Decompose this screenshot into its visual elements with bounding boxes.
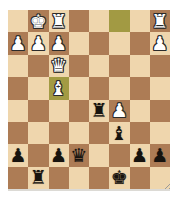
- square-g8[interactable]: ♜: [28, 167, 48, 189]
- square-c7[interactable]: [109, 144, 129, 166]
- square-d6[interactable]: [89, 122, 109, 144]
- black-pawn-a7[interactable]: ♟: [151, 145, 168, 164]
- square-c2[interactable]: [109, 32, 129, 54]
- square-c8[interactable]: ♚: [109, 167, 129, 189]
- square-a6[interactable]: [150, 122, 170, 144]
- square-h7[interactable]: ♟: [8, 144, 28, 166]
- square-b1[interactable]: [130, 10, 150, 32]
- square-b6[interactable]: [130, 122, 150, 144]
- square-e6[interactable]: [69, 122, 89, 144]
- square-c3[interactable]: [109, 55, 129, 77]
- square-h5[interactable]: [8, 100, 28, 122]
- white-pawn-a2[interactable]: ♟: [151, 34, 168, 53]
- square-a1[interactable]: ♜: [150, 10, 170, 32]
- square-e5[interactable]: [69, 100, 89, 122]
- black-bishop-c6[interactable]: ♝: [111, 123, 128, 142]
- square-g1[interactable]: ♚: [28, 10, 48, 32]
- black-queen-e7[interactable]: ♛: [70, 145, 87, 164]
- square-c5[interactable]: ♟: [109, 100, 129, 122]
- white-king-g1[interactable]: ♚: [30, 11, 47, 30]
- square-f3[interactable]: ♛: [49, 55, 69, 77]
- square-f1[interactable]: ♜: [49, 10, 69, 32]
- square-f8[interactable]: [49, 167, 69, 189]
- square-d3[interactable]: [89, 55, 109, 77]
- white-queen-f3[interactable]: ♛: [50, 56, 67, 75]
- white-pawn-h2[interactable]: ♟: [10, 34, 27, 53]
- square-d1[interactable]: [89, 10, 109, 32]
- white-pawn-c5[interactable]: ♟: [111, 101, 128, 120]
- white-bishop-f4[interactable]: ♝: [50, 78, 67, 97]
- square-h3[interactable]: [8, 55, 28, 77]
- chess-board: ♚♜♜♟♟♟♟♛♝♜♟♝♟♟♛♟♟♜♚: [8, 10, 170, 189]
- square-g5[interactable]: [28, 100, 48, 122]
- white-rook-a1[interactable]: ♜: [151, 11, 168, 30]
- white-rook-f1[interactable]: ♜: [50, 11, 67, 30]
- square-d7[interactable]: [89, 144, 109, 166]
- white-pawn-f2[interactable]: ♟: [50, 34, 67, 53]
- black-pawn-h7[interactable]: ♟: [10, 145, 27, 164]
- black-king-c8[interactable]: ♚: [111, 168, 128, 187]
- square-b4[interactable]: [130, 77, 150, 99]
- square-f2[interactable]: ♟: [49, 32, 69, 54]
- square-h1[interactable]: [8, 10, 28, 32]
- square-b3[interactable]: [130, 55, 150, 77]
- square-g2[interactable]: ♟: [28, 32, 48, 54]
- square-h4[interactable]: [8, 77, 28, 99]
- square-d8[interactable]: [89, 167, 109, 189]
- board-bottom-edge: [8, 189, 170, 191]
- square-h6[interactable]: [8, 122, 28, 144]
- square-a5[interactable]: [150, 100, 170, 122]
- square-b2[interactable]: [130, 32, 150, 54]
- chess-app-page: ♚♜♜♟♟♟♟♛♝♜♟♝♟♟♛♟♟♜♚: [0, 0, 184, 200]
- square-e8[interactable]: [69, 167, 89, 189]
- square-e4[interactable]: [69, 77, 89, 99]
- square-c4[interactable]: [109, 77, 129, 99]
- square-g3[interactable]: [28, 55, 48, 77]
- square-e2[interactable]: [69, 32, 89, 54]
- square-b8[interactable]: [130, 167, 150, 189]
- square-f7[interactable]: ♟: [49, 144, 69, 166]
- square-f4[interactable]: ♝: [49, 77, 69, 99]
- square-a4[interactable]: [150, 77, 170, 99]
- square-e3[interactable]: [69, 55, 89, 77]
- square-f5[interactable]: [49, 100, 69, 122]
- square-a3[interactable]: [150, 55, 170, 77]
- square-d4[interactable]: [89, 77, 109, 99]
- white-pawn-g2[interactable]: ♟: [30, 34, 47, 53]
- black-rook-d5[interactable]: ♜: [91, 101, 108, 120]
- square-e7[interactable]: ♛: [69, 144, 89, 166]
- square-g7[interactable]: [28, 144, 48, 166]
- black-pawn-b7[interactable]: ♟: [131, 145, 148, 164]
- square-d2[interactable]: [89, 32, 109, 54]
- square-d5[interactable]: ♜: [89, 100, 109, 122]
- square-b7[interactable]: ♟: [130, 144, 150, 166]
- square-e1[interactable]: [69, 10, 89, 32]
- square-c6[interactable]: ♝: [109, 122, 129, 144]
- square-g4[interactable]: [28, 77, 48, 99]
- black-pawn-f7[interactable]: ♟: [50, 145, 67, 164]
- square-c1[interactable]: [109, 10, 129, 32]
- square-a2[interactable]: ♟: [150, 32, 170, 54]
- square-g6[interactable]: [28, 122, 48, 144]
- square-a7[interactable]: ♟: [150, 144, 170, 166]
- square-f6[interactable]: [49, 122, 69, 144]
- square-h8[interactable]: [8, 167, 28, 189]
- black-rook-g8[interactable]: ♜: [30, 168, 47, 187]
- square-h2[interactable]: ♟: [8, 32, 28, 54]
- square-b5[interactable]: [130, 100, 150, 122]
